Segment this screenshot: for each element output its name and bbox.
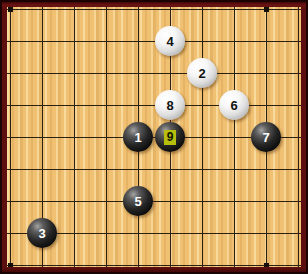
star-point (264, 263, 269, 267)
goban[interactable]: 123456789 (7, 7, 301, 267)
stone-black-1: 1 (123, 122, 153, 152)
move-number: 7 (262, 130, 269, 145)
stone-white-6: 6 (219, 90, 249, 120)
board-border: 123456789 (2, 2, 306, 272)
move-number: 8 (166, 98, 173, 113)
stone-black-5: 5 (123, 186, 153, 216)
stone-black-3: 3 (27, 218, 57, 248)
stone-black-9: 9 (155, 122, 185, 152)
stone-black-7: 7 (251, 122, 281, 152)
star-point (8, 263, 13, 267)
grid-line-horizontal (7, 9, 301, 10)
move-number: 5 (134, 194, 141, 209)
move-number: 2 (198, 66, 205, 81)
stone-white-4: 4 (155, 26, 185, 56)
stone-white-8: 8 (155, 90, 185, 120)
star-point (8, 7, 13, 12)
board-frame: 123456789 (0, 0, 308, 274)
star-point (264, 7, 269, 12)
move-number: 4 (166, 34, 173, 49)
stone-white-2: 2 (187, 58, 217, 88)
move-number: 1 (134, 130, 141, 145)
grid-line-horizontal (7, 169, 301, 170)
grid-line-horizontal (7, 105, 301, 106)
grid-line-horizontal (7, 73, 301, 74)
last-move-badge: 9 (164, 130, 177, 145)
grid-line-horizontal (7, 201, 301, 202)
move-number: 6 (230, 98, 237, 113)
grid-line-horizontal (7, 265, 301, 266)
move-number: 3 (38, 226, 45, 241)
grid-line-horizontal (7, 41, 301, 42)
